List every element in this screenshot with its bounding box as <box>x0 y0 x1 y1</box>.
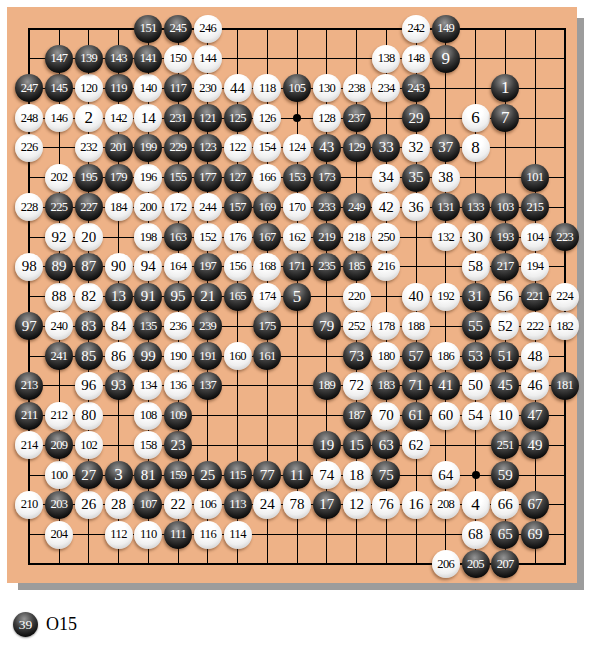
stone-67: 67 <box>521 491 549 519</box>
stone-179: 179 <box>105 164 133 192</box>
stone-56: 56 <box>491 283 519 311</box>
stone-215: 215 <box>521 193 549 221</box>
stone-181: 181 <box>551 372 579 400</box>
stone-195: 195 <box>75 164 103 192</box>
stone-210: 210 <box>15 491 43 519</box>
stone-29: 29 <box>402 104 430 132</box>
stone-105: 105 <box>283 74 311 102</box>
stone-241: 241 <box>45 342 73 370</box>
stone-220: 220 <box>343 283 371 311</box>
stone-55: 55 <box>462 312 490 340</box>
stone-132: 132 <box>432 223 460 251</box>
stone-63: 63 <box>372 431 400 459</box>
stone-154: 154 <box>253 134 281 162</box>
stone-112: 112 <box>105 521 133 549</box>
stone-9: 9 <box>432 45 460 73</box>
stone-182: 182 <box>551 312 579 340</box>
stone-84: 84 <box>105 312 133 340</box>
stone-85: 85 <box>75 342 103 370</box>
stone-45: 45 <box>491 372 519 400</box>
stone-203: 203 <box>45 491 73 519</box>
stone-234: 234 <box>372 74 400 102</box>
kifu-diagram: 1234567891011121314151617181920212223242… <box>0 0 600 659</box>
stone-64: 64 <box>432 461 460 489</box>
stone-201: 201 <box>105 134 133 162</box>
stone-151: 151 <box>134 15 162 43</box>
stone-217: 217 <box>491 253 519 281</box>
stone-136: 136 <box>164 372 192 400</box>
stone-145: 145 <box>45 74 73 102</box>
stone-185: 185 <box>343 253 371 281</box>
stone-175: 175 <box>253 312 281 340</box>
stone-71: 71 <box>402 372 430 400</box>
stone-20: 20 <box>75 223 103 251</box>
stone-184: 184 <box>105 193 133 221</box>
stone-110: 110 <box>134 521 162 549</box>
caption-stone: 39 <box>13 612 38 637</box>
stone-79: 79 <box>313 312 341 340</box>
stone-14: 14 <box>134 104 162 132</box>
stone-92: 92 <box>45 223 73 251</box>
stone-69: 69 <box>521 521 549 549</box>
stone-59: 59 <box>491 461 519 489</box>
stone-129: 129 <box>343 134 371 162</box>
stone-32: 32 <box>402 134 430 162</box>
stone-90: 90 <box>105 253 133 281</box>
stone-157: 157 <box>224 193 252 221</box>
stone-16: 16 <box>402 491 430 519</box>
stone-251: 251 <box>491 431 519 459</box>
stone-66: 66 <box>491 491 519 519</box>
stone-100: 100 <box>45 461 73 489</box>
stone-252: 252 <box>343 312 371 340</box>
stone-25: 25 <box>194 461 222 489</box>
stone-168: 168 <box>253 253 281 281</box>
stone-163: 163 <box>164 223 192 251</box>
stone-183: 183 <box>372 372 400 400</box>
stone-36: 36 <box>402 193 430 221</box>
stone-101: 101 <box>521 164 549 192</box>
stone-204: 204 <box>45 521 73 549</box>
stone-87: 87 <box>75 253 103 281</box>
grid-line-horizontal <box>28 445 566 446</box>
stone-107: 107 <box>134 491 162 519</box>
stone-249: 249 <box>343 193 371 221</box>
stone-48: 48 <box>521 342 549 370</box>
stone-218: 218 <box>343 223 371 251</box>
caption-coordinate-text: O15 <box>46 612 77 637</box>
stone-214: 214 <box>15 431 43 459</box>
stone-193: 193 <box>491 223 519 251</box>
stone-80: 80 <box>75 402 103 430</box>
stone-121: 121 <box>194 104 222 132</box>
stone-173: 173 <box>313 164 341 192</box>
stone-178: 178 <box>372 312 400 340</box>
stone-142: 142 <box>105 104 133 132</box>
stone-126: 126 <box>253 104 281 132</box>
stone-188: 188 <box>402 312 430 340</box>
stone-96: 96 <box>75 372 103 400</box>
stone-149: 149 <box>432 15 460 43</box>
stone-227: 227 <box>75 193 103 221</box>
stone-171: 171 <box>283 253 311 281</box>
stone-207: 207 <box>491 550 519 578</box>
stone-137: 137 <box>194 372 222 400</box>
stone-61: 61 <box>402 402 430 430</box>
stone-194: 194 <box>521 253 549 281</box>
stone-224: 224 <box>551 283 579 311</box>
stone-57: 57 <box>402 342 430 370</box>
stone-177: 177 <box>194 164 222 192</box>
stone-81: 81 <box>134 461 162 489</box>
stone-243: 243 <box>402 74 430 102</box>
stone-33: 33 <box>372 134 400 162</box>
stone-127: 127 <box>224 164 252 192</box>
stone-49: 49 <box>521 431 549 459</box>
stone-12: 12 <box>343 491 371 519</box>
stone-51: 51 <box>491 342 519 370</box>
stone-202: 202 <box>45 164 73 192</box>
stone-216: 216 <box>372 253 400 281</box>
stone-60: 60 <box>432 402 460 430</box>
stone-21: 21 <box>194 283 222 311</box>
stone-93: 93 <box>105 372 133 400</box>
stone-28: 28 <box>105 491 133 519</box>
stone-196: 196 <box>134 164 162 192</box>
stone-118: 118 <box>253 74 281 102</box>
go-board: 1234567891011121314151617181920212223242… <box>7 7 577 583</box>
stone-242: 242 <box>402 15 430 43</box>
stone-30: 30 <box>462 223 490 251</box>
stone-1: 1 <box>491 74 519 102</box>
stone-43: 43 <box>313 134 341 162</box>
stone-226: 226 <box>15 134 43 162</box>
stone-83: 83 <box>75 312 103 340</box>
stone-53: 53 <box>462 342 490 370</box>
stone-147: 147 <box>45 45 73 73</box>
stone-99: 99 <box>134 342 162 370</box>
stone-4: 4 <box>462 491 490 519</box>
stone-89: 89 <box>45 253 73 281</box>
stone-231: 231 <box>164 104 192 132</box>
stone-230: 230 <box>194 74 222 102</box>
stone-6: 6 <box>462 104 490 132</box>
stone-166: 166 <box>253 164 281 192</box>
stone-135: 135 <box>134 312 162 340</box>
stone-141: 141 <box>134 45 162 73</box>
stone-197: 197 <box>194 253 222 281</box>
stone-2: 2 <box>75 104 103 132</box>
stone-46: 46 <box>521 372 549 400</box>
stone-65: 65 <box>491 521 519 549</box>
stone-98: 98 <box>15 253 43 281</box>
stone-18: 18 <box>343 461 371 489</box>
stone-235: 235 <box>313 253 341 281</box>
stone-119: 119 <box>105 74 133 102</box>
stone-19: 19 <box>313 431 341 459</box>
stone-82: 82 <box>75 283 103 311</box>
stone-248: 248 <box>15 104 43 132</box>
stone-144: 144 <box>194 45 222 73</box>
stone-159: 159 <box>164 461 192 489</box>
hoshi-point <box>293 114 301 122</box>
stone-106: 106 <box>194 491 222 519</box>
stone-15: 15 <box>343 431 371 459</box>
stone-104: 104 <box>521 223 549 251</box>
stone-42: 42 <box>372 193 400 221</box>
stone-113: 113 <box>224 491 252 519</box>
stone-212: 212 <box>45 402 73 430</box>
stone-124: 124 <box>283 134 311 162</box>
stone-77: 77 <box>253 461 281 489</box>
stone-146: 146 <box>45 104 73 132</box>
stone-143: 143 <box>105 45 133 73</box>
stone-111: 111 <box>164 521 192 549</box>
stone-244: 244 <box>194 193 222 221</box>
stone-120: 120 <box>75 74 103 102</box>
stone-186: 186 <box>432 342 460 370</box>
stone-3: 3 <box>105 461 133 489</box>
stone-73: 73 <box>343 342 371 370</box>
stone-174: 174 <box>253 283 281 311</box>
stone-152: 152 <box>194 223 222 251</box>
stone-47: 47 <box>521 402 549 430</box>
stone-200: 200 <box>134 193 162 221</box>
stone-223: 223 <box>551 223 579 251</box>
stone-240: 240 <box>45 312 73 340</box>
stone-176: 176 <box>224 223 252 251</box>
stone-76: 76 <box>372 491 400 519</box>
stone-232: 232 <box>75 134 103 162</box>
stone-97: 97 <box>15 312 43 340</box>
stone-38: 38 <box>432 164 460 192</box>
stone-10: 10 <box>491 402 519 430</box>
stone-139: 139 <box>75 45 103 73</box>
stone-123: 123 <box>194 134 222 162</box>
stone-189: 189 <box>313 372 341 400</box>
caption: 39 O15 <box>13 612 77 637</box>
stone-211: 211 <box>15 402 43 430</box>
stone-41: 41 <box>432 372 460 400</box>
stone-239: 239 <box>194 312 222 340</box>
stone-75: 75 <box>372 461 400 489</box>
stone-70: 70 <box>372 402 400 430</box>
stone-247: 247 <box>15 74 43 102</box>
stone-165: 165 <box>224 283 252 311</box>
stone-26: 26 <box>75 491 103 519</box>
stone-94: 94 <box>134 253 162 281</box>
stone-209: 209 <box>45 431 73 459</box>
stone-50: 50 <box>462 372 490 400</box>
stone-131: 131 <box>432 193 460 221</box>
stone-23: 23 <box>164 431 192 459</box>
stone-7: 7 <box>491 104 519 132</box>
stone-122: 122 <box>224 134 252 162</box>
stone-150: 150 <box>164 45 192 73</box>
stone-72: 72 <box>343 372 371 400</box>
stone-88: 88 <box>45 283 73 311</box>
stone-192: 192 <box>432 283 460 311</box>
stone-31: 31 <box>462 283 490 311</box>
stone-58: 58 <box>462 253 490 281</box>
stone-161: 161 <box>253 342 281 370</box>
stone-117: 117 <box>164 74 192 102</box>
stone-138: 138 <box>372 45 400 73</box>
stone-225: 225 <box>45 193 73 221</box>
stone-160: 160 <box>224 342 252 370</box>
stone-250: 250 <box>372 223 400 251</box>
stone-140: 140 <box>134 74 162 102</box>
stone-35: 35 <box>402 164 430 192</box>
stone-5: 5 <box>283 283 311 311</box>
stone-172: 172 <box>164 193 192 221</box>
stone-237: 237 <box>343 104 371 132</box>
stone-128: 128 <box>313 104 341 132</box>
stone-199: 199 <box>134 134 162 162</box>
stone-102: 102 <box>75 431 103 459</box>
stone-11: 11 <box>283 461 311 489</box>
stone-115: 115 <box>224 461 252 489</box>
stone-27: 27 <box>75 461 103 489</box>
stone-103: 103 <box>491 193 519 221</box>
stone-109: 109 <box>164 402 192 430</box>
stone-54: 54 <box>462 402 490 430</box>
stone-130: 130 <box>313 74 341 102</box>
stone-24: 24 <box>253 491 281 519</box>
stone-170: 170 <box>283 193 311 221</box>
stone-134: 134 <box>134 372 162 400</box>
stone-37: 37 <box>432 134 460 162</box>
stone-17: 17 <box>313 491 341 519</box>
stone-246: 246 <box>194 15 222 43</box>
stone-238: 238 <box>343 74 371 102</box>
stone-74: 74 <box>313 461 341 489</box>
stone-162: 162 <box>283 223 311 251</box>
stone-164: 164 <box>164 253 192 281</box>
stone-95: 95 <box>164 283 192 311</box>
stone-155: 155 <box>164 164 192 192</box>
stone-156: 156 <box>224 253 252 281</box>
hoshi-point <box>472 471 480 479</box>
stone-221: 221 <box>521 283 549 311</box>
stone-222: 222 <box>521 312 549 340</box>
stone-228: 228 <box>15 193 43 221</box>
stone-167: 167 <box>253 223 281 251</box>
stone-169: 169 <box>253 193 281 221</box>
stone-219: 219 <box>313 223 341 251</box>
stone-116: 116 <box>194 521 222 549</box>
stone-191: 191 <box>194 342 222 370</box>
stone-229: 229 <box>164 134 192 162</box>
stone-68: 68 <box>462 521 490 549</box>
stone-62: 62 <box>402 431 430 459</box>
stone-86: 86 <box>105 342 133 370</box>
stone-158: 158 <box>134 431 162 459</box>
stone-148: 148 <box>402 45 430 73</box>
stone-187: 187 <box>343 402 371 430</box>
stone-233: 233 <box>313 193 341 221</box>
stone-8: 8 <box>462 134 490 162</box>
stone-153: 153 <box>283 164 311 192</box>
stone-13: 13 <box>105 283 133 311</box>
stone-91: 91 <box>134 283 162 311</box>
stone-190: 190 <box>164 342 192 370</box>
stone-206: 206 <box>432 550 460 578</box>
stone-205: 205 <box>462 550 490 578</box>
stone-245: 245 <box>164 15 192 43</box>
stone-34: 34 <box>372 164 400 192</box>
stone-125: 125 <box>224 104 252 132</box>
stone-40: 40 <box>402 283 430 311</box>
stone-198: 198 <box>134 223 162 251</box>
stone-44: 44 <box>224 74 252 102</box>
stone-108: 108 <box>134 402 162 430</box>
stone-114: 114 <box>224 521 252 549</box>
stone-78: 78 <box>283 491 311 519</box>
stone-180: 180 <box>372 342 400 370</box>
stone-52: 52 <box>491 312 519 340</box>
stone-22: 22 <box>164 491 192 519</box>
stone-213: 213 <box>15 372 43 400</box>
stone-133: 133 <box>462 193 490 221</box>
stone-208: 208 <box>432 491 460 519</box>
stone-236: 236 <box>164 312 192 340</box>
